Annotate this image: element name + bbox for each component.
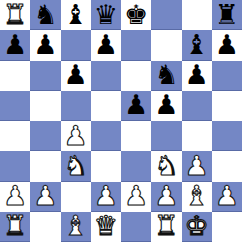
square-b3[interactable] <box>30 151 60 181</box>
square-c6[interactable]: ♟ <box>61 61 91 91</box>
square-b1[interactable] <box>30 212 60 242</box>
square-g2[interactable]: ♝ <box>182 182 212 212</box>
square-f6[interactable]: ♞ <box>151 61 181 91</box>
square-f1[interactable]: ♜ <box>151 212 181 242</box>
square-g7[interactable]: ♝ <box>182 30 212 60</box>
square-h3[interactable] <box>212 151 242 181</box>
piece-black-pawn[interactable]: ♟ <box>33 31 57 58</box>
square-b4[interactable] <box>30 121 60 151</box>
piece-white-pawn[interactable]: ♟ <box>154 182 178 209</box>
square-d2[interactable]: ♟ <box>91 182 121 212</box>
square-f7[interactable] <box>151 30 181 60</box>
square-d1[interactable]: ♛ <box>91 212 121 242</box>
square-h4[interactable] <box>212 121 242 151</box>
piece-white-pawn[interactable]: ♟ <box>33 182 57 209</box>
square-c1[interactable]: ♝ <box>61 212 91 242</box>
piece-white-pawn[interactable]: ♟ <box>185 152 209 179</box>
piece-black-pawn[interactable]: ♟ <box>3 31 27 58</box>
square-c3[interactable]: ♞ <box>61 151 91 181</box>
piece-white-rook[interactable]: ♜ <box>3 212 27 239</box>
square-b8[interactable]: ♞ <box>30 0 60 30</box>
square-d3[interactable] <box>91 151 121 181</box>
piece-white-pawn[interactable]: ♟ <box>64 122 88 149</box>
square-g1[interactable]: ♚ <box>182 212 212 242</box>
square-f4[interactable] <box>151 121 181 151</box>
piece-black-pawn[interactable]: ♟ <box>124 91 148 118</box>
square-f2[interactable]: ♟ <box>151 182 181 212</box>
square-a2[interactable]: ♟ <box>0 182 30 212</box>
square-b2[interactable]: ♟ <box>30 182 60 212</box>
piece-white-knight[interactable]: ♞ <box>154 152 178 179</box>
square-e7[interactable] <box>121 30 151 60</box>
piece-black-bishop[interactable]: ♝ <box>64 1 88 28</box>
square-c5[interactable] <box>61 91 91 121</box>
square-a7[interactable]: ♟ <box>0 30 30 60</box>
piece-black-pawn[interactable]: ♟ <box>154 91 178 118</box>
square-c7[interactable] <box>61 30 91 60</box>
piece-black-knight[interactable]: ♞ <box>154 61 178 88</box>
piece-white-pawn[interactable]: ♟ <box>3 182 27 209</box>
square-h1[interactable] <box>212 212 242 242</box>
square-h8[interactable]: ♜ <box>212 0 242 30</box>
piece-black-pawn[interactable]: ♟ <box>94 31 118 58</box>
piece-white-pawn[interactable]: ♟ <box>94 182 118 209</box>
square-h5[interactable] <box>212 91 242 121</box>
square-h7[interactable]: ♟ <box>212 30 242 60</box>
square-a3[interactable] <box>0 151 30 181</box>
square-a5[interactable] <box>0 91 30 121</box>
square-g4[interactable] <box>182 121 212 151</box>
square-a4[interactable] <box>0 121 30 151</box>
square-e3[interactable] <box>121 151 151 181</box>
square-h2[interactable]: ♟ <box>212 182 242 212</box>
square-d6[interactable] <box>91 61 121 91</box>
piece-white-bishop[interactable]: ♝ <box>185 182 209 209</box>
piece-black-queen[interactable]: ♛ <box>94 1 118 28</box>
square-a8[interactable]: ♜ <box>0 0 30 30</box>
chess-board: ♜♞♝♛♚♜♟♟♟♝♟♟♞♟♟♟♟♞♞♟♟♟♟♟♟♝♟♜♝♛♜♚ <box>0 0 242 242</box>
square-e4[interactable] <box>121 121 151 151</box>
square-g6[interactable]: ♟ <box>182 61 212 91</box>
piece-black-pawn[interactable]: ♟ <box>64 61 88 88</box>
piece-white-pawn[interactable]: ♟ <box>215 182 239 209</box>
square-a1[interactable]: ♜ <box>0 212 30 242</box>
square-e5[interactable]: ♟ <box>121 91 151 121</box>
square-e2[interactable]: ♟ <box>121 182 151 212</box>
square-d4[interactable] <box>91 121 121 151</box>
square-a6[interactable] <box>0 61 30 91</box>
square-b6[interactable] <box>30 61 60 91</box>
square-e1[interactable] <box>121 212 151 242</box>
square-g8[interactable] <box>182 0 212 30</box>
square-b5[interactable] <box>30 91 60 121</box>
square-g5[interactable] <box>182 91 212 121</box>
square-c8[interactable]: ♝ <box>61 0 91 30</box>
square-b7[interactable]: ♟ <box>30 30 60 60</box>
square-d7[interactable]: ♟ <box>91 30 121 60</box>
square-e8[interactable]: ♚ <box>121 0 151 30</box>
piece-black-rook[interactable]: ♜ <box>215 1 239 28</box>
square-f8[interactable] <box>151 0 181 30</box>
square-c4[interactable]: ♟ <box>61 121 91 151</box>
square-f5[interactable]: ♟ <box>151 91 181 121</box>
square-f3[interactable]: ♞ <box>151 151 181 181</box>
piece-white-rook[interactable]: ♜ <box>154 212 178 239</box>
piece-white-queen[interactable]: ♛ <box>94 212 118 239</box>
piece-black-king[interactable]: ♚ <box>124 1 148 28</box>
piece-white-bishop[interactable]: ♝ <box>64 212 88 239</box>
piece-white-king[interactable]: ♚ <box>185 212 209 239</box>
square-d5[interactable] <box>91 91 121 121</box>
square-h6[interactable] <box>212 61 242 91</box>
piece-black-knight[interactable]: ♞ <box>33 1 57 28</box>
square-d8[interactable]: ♛ <box>91 0 121 30</box>
piece-black-pawn[interactable]: ♟ <box>215 31 239 58</box>
square-c2[interactable] <box>61 182 91 212</box>
piece-white-pawn[interactable]: ♟ <box>124 182 148 209</box>
square-g3[interactable]: ♟ <box>182 151 212 181</box>
piece-white-knight[interactable]: ♞ <box>64 152 88 179</box>
piece-black-bishop[interactable]: ♝ <box>185 31 209 58</box>
piece-black-pawn[interactable]: ♟ <box>185 61 209 88</box>
piece-white-rook[interactable]: ♜ <box>3 1 27 28</box>
square-e6[interactable] <box>121 61 151 91</box>
